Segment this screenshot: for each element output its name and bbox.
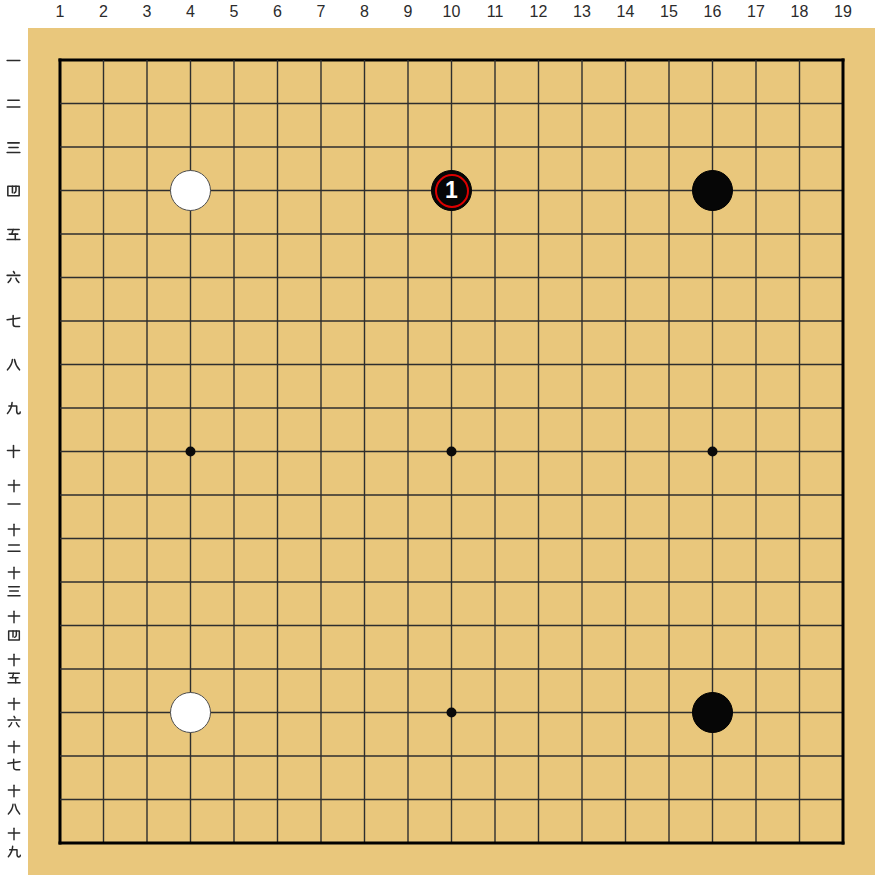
- intersection-16-18[interactable]: [691, 778, 735, 822]
- intersection-16-17[interactable]: [691, 734, 735, 778]
- intersection-11-1[interactable]: [473, 38, 517, 82]
- intersection-14-11[interactable]: [604, 473, 648, 517]
- intersection-17-1[interactable]: [734, 38, 778, 82]
- intersection-6-16[interactable]: [256, 691, 300, 735]
- intersection-6-7[interactable]: [256, 299, 300, 343]
- intersection-1-14[interactable]: [38, 604, 82, 648]
- intersection-9-13[interactable]: [386, 560, 430, 604]
- intersection-2-6[interactable]: [82, 256, 126, 300]
- intersection-6-2[interactable]: [256, 82, 300, 126]
- black-stone[interactable]: [692, 692, 733, 733]
- intersection-10-4[interactable]: 1: [430, 169, 474, 213]
- intersection-19-16[interactable]: [821, 691, 865, 735]
- intersection-7-7[interactable]: [299, 299, 343, 343]
- intersection-2-9[interactable]: [82, 386, 126, 430]
- intersection-19-19[interactable]: [821, 821, 865, 865]
- intersection-17-2[interactable]: [734, 82, 778, 126]
- intersection-16-15[interactable]: [691, 647, 735, 691]
- intersection-14-6[interactable]: [604, 256, 648, 300]
- intersection-6-5[interactable]: [256, 212, 300, 256]
- intersection-13-13[interactable]: [560, 560, 604, 604]
- intersection-13-15[interactable]: [560, 647, 604, 691]
- intersection-5-17[interactable]: [212, 734, 256, 778]
- intersection-16-10[interactable]: [691, 430, 735, 474]
- intersection-5-18[interactable]: [212, 778, 256, 822]
- intersection-10-19[interactable]: [430, 821, 474, 865]
- intersection-1-19[interactable]: [38, 821, 82, 865]
- intersection-11-17[interactable]: [473, 734, 517, 778]
- intersection-18-3[interactable]: [778, 125, 822, 169]
- intersection-19-5[interactable]: [821, 212, 865, 256]
- intersection-10-2[interactable]: [430, 82, 474, 126]
- intersection-15-8[interactable]: [647, 343, 691, 387]
- intersection-7-11[interactable]: [299, 473, 343, 517]
- intersection-16-2[interactable]: [691, 82, 735, 126]
- intersection-12-11[interactable]: [517, 473, 561, 517]
- intersection-15-15[interactable]: [647, 647, 691, 691]
- intersection-19-15[interactable]: [821, 647, 865, 691]
- intersection-13-11[interactable]: [560, 473, 604, 517]
- intersection-13-2[interactable]: [560, 82, 604, 126]
- intersection-5-19[interactable]: [212, 821, 256, 865]
- intersection-11-6[interactable]: [473, 256, 517, 300]
- intersection-15-12[interactable]: [647, 517, 691, 561]
- intersection-17-15[interactable]: [734, 647, 778, 691]
- intersection-3-7[interactable]: [125, 299, 169, 343]
- intersection-12-5[interactable]: [517, 212, 561, 256]
- intersection-3-10[interactable]: [125, 430, 169, 474]
- intersection-14-14[interactable]: [604, 604, 648, 648]
- intersection-5-3[interactable]: [212, 125, 256, 169]
- intersection-6-1[interactable]: [256, 38, 300, 82]
- intersection-13-4[interactable]: [560, 169, 604, 213]
- intersection-8-4[interactable]: [343, 169, 387, 213]
- intersection-14-15[interactable]: [604, 647, 648, 691]
- intersection-18-9[interactable]: [778, 386, 822, 430]
- intersection-13-14[interactable]: [560, 604, 604, 648]
- intersection-2-12[interactable]: [82, 517, 126, 561]
- intersection-7-6[interactable]: [299, 256, 343, 300]
- intersection-13-19[interactable]: [560, 821, 604, 865]
- intersection-19-8[interactable]: [821, 343, 865, 387]
- intersection-16-19[interactable]: [691, 821, 735, 865]
- intersection-13-17[interactable]: [560, 734, 604, 778]
- intersection-1-12[interactable]: [38, 517, 82, 561]
- intersection-16-12[interactable]: [691, 517, 735, 561]
- intersection-4-6[interactable]: [169, 256, 213, 300]
- intersection-19-14[interactable]: [821, 604, 865, 648]
- intersection-8-17[interactable]: [343, 734, 387, 778]
- intersection-8-11[interactable]: [343, 473, 387, 517]
- intersection-12-15[interactable]: [517, 647, 561, 691]
- intersection-4-19[interactable]: [169, 821, 213, 865]
- intersection-8-6[interactable]: [343, 256, 387, 300]
- intersection-7-14[interactable]: [299, 604, 343, 648]
- intersection-11-14[interactable]: [473, 604, 517, 648]
- intersection-4-7[interactable]: [169, 299, 213, 343]
- intersection-6-19[interactable]: [256, 821, 300, 865]
- intersection-3-1[interactable]: [125, 38, 169, 82]
- intersection-17-17[interactable]: [734, 734, 778, 778]
- intersection-2-16[interactable]: [82, 691, 126, 735]
- intersection-8-18[interactable]: [343, 778, 387, 822]
- intersection-5-11[interactable]: [212, 473, 256, 517]
- intersection-19-4[interactable]: [821, 169, 865, 213]
- intersection-15-7[interactable]: [647, 299, 691, 343]
- intersection-17-5[interactable]: [734, 212, 778, 256]
- intersection-18-6[interactable]: [778, 256, 822, 300]
- intersection-11-13[interactable]: [473, 560, 517, 604]
- intersection-3-6[interactable]: [125, 256, 169, 300]
- intersection-6-17[interactable]: [256, 734, 300, 778]
- intersection-3-19[interactable]: [125, 821, 169, 865]
- intersection-18-1[interactable]: [778, 38, 822, 82]
- intersection-16-5[interactable]: [691, 212, 735, 256]
- intersection-8-16[interactable]: [343, 691, 387, 735]
- intersection-8-3[interactable]: [343, 125, 387, 169]
- intersection-14-16[interactable]: [604, 691, 648, 735]
- intersection-10-5[interactable]: [430, 212, 474, 256]
- intersection-4-4[interactable]: [169, 169, 213, 213]
- intersection-4-5[interactable]: [169, 212, 213, 256]
- intersection-1-6[interactable]: [38, 256, 82, 300]
- intersection-1-9[interactable]: [38, 386, 82, 430]
- intersection-19-9[interactable]: [821, 386, 865, 430]
- intersection-7-2[interactable]: [299, 82, 343, 126]
- intersection-2-17[interactable]: [82, 734, 126, 778]
- intersection-19-3[interactable]: [821, 125, 865, 169]
- intersection-16-9[interactable]: [691, 386, 735, 430]
- intersection-14-18[interactable]: [604, 778, 648, 822]
- intersection-5-8[interactable]: [212, 343, 256, 387]
- intersection-10-10[interactable]: [430, 430, 474, 474]
- intersection-17-4[interactable]: [734, 169, 778, 213]
- intersection-17-8[interactable]: [734, 343, 778, 387]
- intersection-14-4[interactable]: [604, 169, 648, 213]
- intersection-8-5[interactable]: [343, 212, 387, 256]
- white-stone[interactable]: [170, 170, 211, 211]
- intersection-9-7[interactable]: [386, 299, 430, 343]
- intersection-18-15[interactable]: [778, 647, 822, 691]
- intersection-7-13[interactable]: [299, 560, 343, 604]
- intersection-1-16[interactable]: [38, 691, 82, 735]
- intersection-6-18[interactable]: [256, 778, 300, 822]
- intersection-10-12[interactable]: [430, 517, 474, 561]
- intersection-4-2[interactable]: [169, 82, 213, 126]
- intersection-15-6[interactable]: [647, 256, 691, 300]
- intersection-3-5[interactable]: [125, 212, 169, 256]
- intersection-15-16[interactable]: [647, 691, 691, 735]
- intersection-17-9[interactable]: [734, 386, 778, 430]
- intersection-1-15[interactable]: [38, 647, 82, 691]
- intersection-18-8[interactable]: [778, 343, 822, 387]
- intersection-17-6[interactable]: [734, 256, 778, 300]
- intersection-13-10[interactable]: [560, 430, 604, 474]
- intersection-10-3[interactable]: [430, 125, 474, 169]
- intersection-6-15[interactable]: [256, 647, 300, 691]
- intersection-9-10[interactable]: [386, 430, 430, 474]
- intersection-18-14[interactable]: [778, 604, 822, 648]
- intersection-9-5[interactable]: [386, 212, 430, 256]
- intersection-12-14[interactable]: [517, 604, 561, 648]
- intersection-10-11[interactable]: [430, 473, 474, 517]
- intersection-16-4[interactable]: [691, 169, 735, 213]
- intersection-8-7[interactable]: [343, 299, 387, 343]
- intersection-10-15[interactable]: [430, 647, 474, 691]
- intersection-5-16[interactable]: [212, 691, 256, 735]
- intersection-11-11[interactable]: [473, 473, 517, 517]
- intersection-13-9[interactable]: [560, 386, 604, 430]
- intersection-11-5[interactable]: [473, 212, 517, 256]
- intersection-9-14[interactable]: [386, 604, 430, 648]
- intersection-15-19[interactable]: [647, 821, 691, 865]
- intersection-12-16[interactable]: [517, 691, 561, 735]
- intersection-14-5[interactable]: [604, 212, 648, 256]
- intersection-13-8[interactable]: [560, 343, 604, 387]
- intersection-1-11[interactable]: [38, 473, 82, 517]
- intersection-9-12[interactable]: [386, 517, 430, 561]
- intersection-19-13[interactable]: [821, 560, 865, 604]
- intersection-2-18[interactable]: [82, 778, 126, 822]
- intersection-3-11[interactable]: [125, 473, 169, 517]
- intersection-3-9[interactable]: [125, 386, 169, 430]
- intersection-1-7[interactable]: [38, 299, 82, 343]
- intersection-19-12[interactable]: [821, 517, 865, 561]
- black-stone[interactable]: [692, 170, 733, 211]
- intersection-15-3[interactable]: [647, 125, 691, 169]
- intersection-18-13[interactable]: [778, 560, 822, 604]
- intersection-17-14[interactable]: [734, 604, 778, 648]
- intersection-14-9[interactable]: [604, 386, 648, 430]
- intersection-19-18[interactable]: [821, 778, 865, 822]
- intersection-12-10[interactable]: [517, 430, 561, 474]
- intersection-6-12[interactable]: [256, 517, 300, 561]
- intersection-6-4[interactable]: [256, 169, 300, 213]
- intersection-17-13[interactable]: [734, 560, 778, 604]
- intersection-9-3[interactable]: [386, 125, 430, 169]
- intersection-9-2[interactable]: [386, 82, 430, 126]
- intersection-16-7[interactable]: [691, 299, 735, 343]
- intersection-12-9[interactable]: [517, 386, 561, 430]
- intersection-11-16[interactable]: [473, 691, 517, 735]
- intersection-15-5[interactable]: [647, 212, 691, 256]
- intersection-16-1[interactable]: [691, 38, 735, 82]
- intersection-5-14[interactable]: [212, 604, 256, 648]
- intersection-2-8[interactable]: [82, 343, 126, 387]
- intersection-14-8[interactable]: [604, 343, 648, 387]
- intersection-18-10[interactable]: [778, 430, 822, 474]
- intersection-3-3[interactable]: [125, 125, 169, 169]
- intersection-7-9[interactable]: [299, 386, 343, 430]
- intersection-8-10[interactable]: [343, 430, 387, 474]
- intersection-15-1[interactable]: [647, 38, 691, 82]
- intersection-4-1[interactable]: [169, 38, 213, 82]
- intersection-18-19[interactable]: [778, 821, 822, 865]
- intersection-16-13[interactable]: [691, 560, 735, 604]
- intersection-16-6[interactable]: [691, 256, 735, 300]
- intersection-10-14[interactable]: [430, 604, 474, 648]
- intersection-5-9[interactable]: [212, 386, 256, 430]
- intersection-7-17[interactable]: [299, 734, 343, 778]
- intersection-11-12[interactable]: [473, 517, 517, 561]
- intersection-9-8[interactable]: [386, 343, 430, 387]
- intersection-13-16[interactable]: [560, 691, 604, 735]
- intersection-3-13[interactable]: [125, 560, 169, 604]
- intersection-17-18[interactable]: [734, 778, 778, 822]
- intersection-17-16[interactable]: [734, 691, 778, 735]
- intersection-6-9[interactable]: [256, 386, 300, 430]
- intersection-12-13[interactable]: [517, 560, 561, 604]
- intersection-13-6[interactable]: [560, 256, 604, 300]
- intersection-19-11[interactable]: [821, 473, 865, 517]
- intersection-18-5[interactable]: [778, 212, 822, 256]
- intersection-9-15[interactable]: [386, 647, 430, 691]
- intersection-14-17[interactable]: [604, 734, 648, 778]
- intersection-7-8[interactable]: [299, 343, 343, 387]
- intersection-12-2[interactable]: [517, 82, 561, 126]
- intersection-12-12[interactable]: [517, 517, 561, 561]
- intersection-19-2[interactable]: [821, 82, 865, 126]
- intersection-5-13[interactable]: [212, 560, 256, 604]
- intersection-3-8[interactable]: [125, 343, 169, 387]
- intersection-4-14[interactable]: [169, 604, 213, 648]
- intersection-13-12[interactable]: [560, 517, 604, 561]
- intersection-5-2[interactable]: [212, 82, 256, 126]
- intersection-12-8[interactable]: [517, 343, 561, 387]
- intersection-9-19[interactable]: [386, 821, 430, 865]
- intersection-6-6[interactable]: [256, 256, 300, 300]
- intersection-1-5[interactable]: [38, 212, 82, 256]
- intersection-15-17[interactable]: [647, 734, 691, 778]
- intersection-14-19[interactable]: [604, 821, 648, 865]
- intersection-4-13[interactable]: [169, 560, 213, 604]
- intersection-11-4[interactable]: [473, 169, 517, 213]
- intersection-10-7[interactable]: [430, 299, 474, 343]
- intersection-14-7[interactable]: [604, 299, 648, 343]
- intersection-15-2[interactable]: [647, 82, 691, 126]
- intersection-4-12[interactable]: [169, 517, 213, 561]
- intersection-9-6[interactable]: [386, 256, 430, 300]
- intersection-2-15[interactable]: [82, 647, 126, 691]
- intersection-19-7[interactable]: [821, 299, 865, 343]
- intersection-3-17[interactable]: [125, 734, 169, 778]
- intersection-17-12[interactable]: [734, 517, 778, 561]
- intersection-11-15[interactable]: [473, 647, 517, 691]
- intersection-1-13[interactable]: [38, 560, 82, 604]
- intersection-2-10[interactable]: [82, 430, 126, 474]
- intersection-11-18[interactable]: [473, 778, 517, 822]
- intersection-13-18[interactable]: [560, 778, 604, 822]
- intersection-12-6[interactable]: [517, 256, 561, 300]
- intersection-19-10[interactable]: [821, 430, 865, 474]
- intersection-12-3[interactable]: [517, 125, 561, 169]
- intersection-12-17[interactable]: [517, 734, 561, 778]
- intersection-8-1[interactable]: [343, 38, 387, 82]
- intersection-6-13[interactable]: [256, 560, 300, 604]
- intersection-16-8[interactable]: [691, 343, 735, 387]
- intersection-12-18[interactable]: [517, 778, 561, 822]
- intersection-5-7[interactable]: [212, 299, 256, 343]
- intersection-18-17[interactable]: [778, 734, 822, 778]
- intersection-17-19[interactable]: [734, 821, 778, 865]
- intersection-11-10[interactable]: [473, 430, 517, 474]
- intersection-7-10[interactable]: [299, 430, 343, 474]
- intersection-1-2[interactable]: [38, 82, 82, 126]
- intersection-18-2[interactable]: [778, 82, 822, 126]
- intersection-4-9[interactable]: [169, 386, 213, 430]
- intersection-5-12[interactable]: [212, 517, 256, 561]
- intersection-7-12[interactable]: [299, 517, 343, 561]
- intersection-14-13[interactable]: [604, 560, 648, 604]
- intersection-5-1[interactable]: [212, 38, 256, 82]
- intersection-6-11[interactable]: [256, 473, 300, 517]
- intersection-5-10[interactable]: [212, 430, 256, 474]
- intersection-10-16[interactable]: [430, 691, 474, 735]
- intersection-9-16[interactable]: [386, 691, 430, 735]
- intersection-4-15[interactable]: [169, 647, 213, 691]
- intersection-13-1[interactable]: [560, 38, 604, 82]
- intersection-3-4[interactable]: [125, 169, 169, 213]
- intersection-4-3[interactable]: [169, 125, 213, 169]
- intersection-2-3[interactable]: [82, 125, 126, 169]
- intersection-4-10[interactable]: [169, 430, 213, 474]
- intersection-8-9[interactable]: [343, 386, 387, 430]
- intersection-1-17[interactable]: [38, 734, 82, 778]
- intersection-7-3[interactable]: [299, 125, 343, 169]
- move-1-black-stone[interactable]: 1: [431, 170, 472, 211]
- intersection-3-16[interactable]: [125, 691, 169, 735]
- intersection-18-12[interactable]: [778, 517, 822, 561]
- intersection-9-1[interactable]: [386, 38, 430, 82]
- intersection-1-8[interactable]: [38, 343, 82, 387]
- intersection-18-11[interactable]: [778, 473, 822, 517]
- intersection-15-11[interactable]: [647, 473, 691, 517]
- intersection-7-18[interactable]: [299, 778, 343, 822]
- intersection-11-7[interactable]: [473, 299, 517, 343]
- intersection-18-18[interactable]: [778, 778, 822, 822]
- intersection-15-9[interactable]: [647, 386, 691, 430]
- intersection-14-2[interactable]: [604, 82, 648, 126]
- intersection-14-12[interactable]: [604, 517, 648, 561]
- intersection-13-5[interactable]: [560, 212, 604, 256]
- intersection-19-6[interactable]: [821, 256, 865, 300]
- intersection-17-3[interactable]: [734, 125, 778, 169]
- intersection-6-8[interactable]: [256, 343, 300, 387]
- white-stone[interactable]: [170, 692, 211, 733]
- intersection-16-11[interactable]: [691, 473, 735, 517]
- intersection-7-16[interactable]: [299, 691, 343, 735]
- intersection-7-15[interactable]: [299, 647, 343, 691]
- intersection-10-6[interactable]: [430, 256, 474, 300]
- intersection-11-8[interactable]: [473, 343, 517, 387]
- intersection-10-18[interactable]: [430, 778, 474, 822]
- intersection-15-4[interactable]: [647, 169, 691, 213]
- intersection-10-13[interactable]: [430, 560, 474, 604]
- intersection-3-15[interactable]: [125, 647, 169, 691]
- intersection-4-17[interactable]: [169, 734, 213, 778]
- intersection-12-4[interactable]: [517, 169, 561, 213]
- intersection-4-8[interactable]: [169, 343, 213, 387]
- intersection-1-10[interactable]: [38, 430, 82, 474]
- intersection-7-4[interactable]: [299, 169, 343, 213]
- intersection-8-14[interactable]: [343, 604, 387, 648]
- intersection-2-14[interactable]: [82, 604, 126, 648]
- intersection-11-2[interactable]: [473, 82, 517, 126]
- intersection-5-4[interactable]: [212, 169, 256, 213]
- intersection-5-6[interactable]: [212, 256, 256, 300]
- intersection-1-3[interactable]: [38, 125, 82, 169]
- intersection-9-11[interactable]: [386, 473, 430, 517]
